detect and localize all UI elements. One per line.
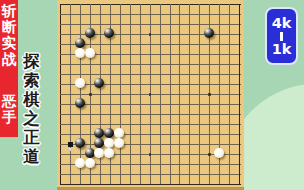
rank-range-badge: 4k 1k [265,7,298,65]
grid-vline [179,4,180,186]
vertical-char: 探 [21,52,42,71]
black-stone [104,128,114,138]
star-point [208,93,211,96]
grid-vline [199,4,200,186]
grid-hline [60,144,242,145]
banner-text-top: 斩断实战 [2,3,17,67]
white-stone [104,148,114,158]
vertical-char: 索 [21,71,42,90]
rank-lower: 1k [272,42,292,57]
grid-hline [60,134,242,135]
vertical-char: 棋 [21,90,42,109]
grid-vline [229,4,230,186]
grid-hline [60,4,242,6]
grid-hline [60,64,242,65]
vertical-char: 斩 [2,3,17,19]
grid-hline [60,44,242,45]
red-title-banner: 斩断实战 恶手 [0,0,18,137]
marker-pointer-icon [68,148,72,152]
white-stone [214,148,224,158]
grid-vline [219,4,220,186]
vertical-char: 断 [2,19,17,35]
white-stone [85,158,95,168]
grid-vline [239,4,241,186]
black-stone [94,138,104,148]
black-stone [94,128,104,138]
white-stone [85,48,95,58]
vertical-char: 手 [2,109,17,125]
grid-hline [60,104,242,105]
vertical-char: 实 [2,35,17,51]
star-point [149,93,152,96]
white-stone [114,138,124,148]
white-stone [114,128,124,138]
badge-divider-bar [280,32,283,41]
star-point [89,93,92,96]
star-point [149,33,152,36]
white-stone [75,48,85,58]
grid-hline [60,14,242,15]
move-marker [68,142,73,147]
grid-hline [60,124,242,125]
vertical-char: 战 [2,51,17,67]
vertical-char: 恶 [2,93,17,109]
white-stone [75,158,85,168]
black-stone [104,28,114,38]
grid-hline [60,24,242,25]
grid-hline [60,74,242,75]
star-point [149,153,152,156]
slogan-vertical-text: 探索棋之正道 [21,52,42,166]
black-stone [75,38,85,48]
vertical-char: 之 [21,109,42,128]
go-board[interactable] [57,0,244,187]
grid-vline [170,4,171,186]
black-stone [204,28,214,38]
grid-hline [60,184,242,186]
grid-vline [160,4,161,186]
star-point [208,153,211,156]
vertical-char: 正 [21,128,42,147]
grid-vline [189,4,190,186]
white-stone [75,78,85,88]
rank-upper: 4k [272,16,292,31]
white-stone [104,138,114,148]
black-stone [85,148,95,158]
grid-hline [60,174,242,175]
banner-text-bottom: 恶手 [2,93,17,125]
black-stone [94,78,104,88]
grid-hline [60,114,242,115]
board-grid[interactable] [61,5,240,185]
black-stone [75,98,85,108]
vertical-char: 道 [21,147,42,166]
board-bottom-edge [57,187,244,190]
grid-hline [60,84,242,85]
black-stone [75,138,85,148]
black-stone [85,28,95,38]
thumbnail-page: 斩断实战 恶手 探索棋之正道 4k 1k [0,0,304,190]
white-stone [94,148,104,158]
